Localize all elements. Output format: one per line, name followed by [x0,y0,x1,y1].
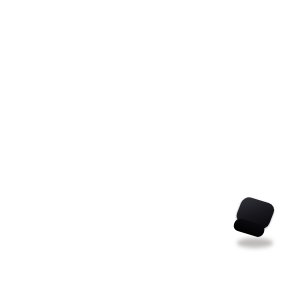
game-board [0,0,300,300]
photo-stage [0,0,300,300]
